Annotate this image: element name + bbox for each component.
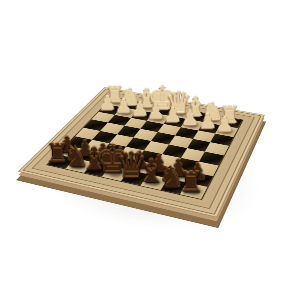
piece-white-pawn-a2[interactable]: ♟ [204,115,246,136]
chess-board-frame: ♜♞♝♚♛♝♞♜♟♟♟♟♟♟♟♟♟♟♟♟♟♟♟♟♜♞♝♚♛♝♞♜ [18,87,265,217]
piece-black-rook-a8[interactable]: ♜ [167,169,216,197]
chess-board[interactable]: ♜♞♝♚♛♝♞♜♟♟♟♟♟♟♟♟♟♟♟♟♟♟♟♟♜♞♝♚♛♝♞♜ [48,97,243,199]
square-a8[interactable]: ♜ [180,183,207,199]
chess-set-product-photo: ♜♞♝♚♛♝♞♜♟♟♟♟♟♟♟♟♟♟♟♟♟♟♟♟♜♞♝♚♛♝♞♜ [0,0,300,300]
